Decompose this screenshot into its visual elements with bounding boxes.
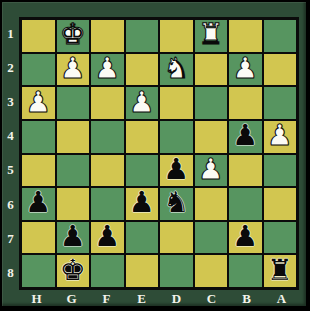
file-label-f: F xyxy=(89,291,124,306)
square-c4[interactable] xyxy=(194,120,229,154)
square-e5[interactable] xyxy=(125,154,160,188)
square-h4[interactable] xyxy=(21,120,56,154)
square-h2[interactable] xyxy=(21,53,56,87)
square-f7[interactable]: ♟ xyxy=(90,221,125,255)
square-a2[interactable] xyxy=(263,53,298,87)
square-g1[interactable]: ♚ xyxy=(56,19,91,53)
square-c6[interactable] xyxy=(194,187,229,221)
file-label-a: A xyxy=(264,291,299,306)
square-g8[interactable]: ♚ xyxy=(56,254,91,288)
square-b6[interactable] xyxy=(228,187,263,221)
square-d4[interactable] xyxy=(159,120,194,154)
rank-label-2: 2 xyxy=(3,51,18,85)
piece-black-pawn-d5[interactable]: ♟ xyxy=(163,155,189,184)
square-c8[interactable] xyxy=(194,254,229,288)
square-f4[interactable] xyxy=(90,120,125,154)
square-d8[interactable] xyxy=(159,254,194,288)
file-label-d: D xyxy=(159,291,194,306)
file-label-e: E xyxy=(124,291,159,306)
square-e6[interactable]: ♟ xyxy=(125,187,160,221)
square-e3[interactable]: ♟ xyxy=(125,86,160,120)
square-f5[interactable] xyxy=(90,154,125,188)
piece-white-pawn-a4[interactable]: ♟ xyxy=(267,121,293,150)
square-d5[interactable]: ♟ xyxy=(159,154,194,188)
piece-white-pawn-c5[interactable]: ♟ xyxy=(198,155,224,184)
square-h6[interactable]: ♟ xyxy=(21,187,56,221)
square-e2[interactable] xyxy=(125,53,160,87)
square-b4[interactable]: ♟ xyxy=(228,120,263,154)
square-g3[interactable] xyxy=(56,86,91,120)
file-label-g: G xyxy=(54,291,89,306)
piece-white-pawn-h3[interactable]: ♟ xyxy=(25,88,51,117)
square-b2[interactable]: ♟ xyxy=(228,53,263,87)
rank-label-5: 5 xyxy=(3,153,18,187)
file-label-c: C xyxy=(194,291,229,306)
square-h3[interactable]: ♟ xyxy=(21,86,56,120)
piece-white-knight-d2[interactable]: ♞ xyxy=(163,54,189,83)
square-g2[interactable]: ♟ xyxy=(56,53,91,87)
piece-black-pawn-g7[interactable]: ♟ xyxy=(60,222,86,251)
square-a8[interactable]: ♜ xyxy=(263,254,298,288)
square-d3[interactable] xyxy=(159,86,194,120)
square-h5[interactable] xyxy=(21,154,56,188)
square-b3[interactable] xyxy=(228,86,263,120)
piece-black-pawn-f7[interactable]: ♟ xyxy=(94,222,120,251)
piece-black-pawn-e6[interactable]: ♟ xyxy=(129,188,155,217)
square-c2[interactable] xyxy=(194,53,229,87)
square-a5[interactable] xyxy=(263,154,298,188)
rank-label-1: 1 xyxy=(3,17,18,51)
square-c7[interactable] xyxy=(194,221,229,255)
square-g4[interactable] xyxy=(56,120,91,154)
piece-black-knight-d6[interactable]: ♞ xyxy=(163,188,189,217)
chess-diagram: ♚♜♟♟♞♟♟♟♟♟♟♟♟♟♞♟♟♟♚♜ 12345678 HGFEDCBA xyxy=(0,0,310,311)
square-g7[interactable]: ♟ xyxy=(56,221,91,255)
file-label-b: B xyxy=(229,291,264,306)
square-f8[interactable] xyxy=(90,254,125,288)
square-d1[interactable] xyxy=(159,19,194,53)
rank-label-4: 4 xyxy=(3,119,18,153)
piece-white-pawn-b2[interactable]: ♟ xyxy=(232,54,258,83)
square-f3[interactable] xyxy=(90,86,125,120)
square-a1[interactable] xyxy=(263,19,298,53)
piece-white-pawn-f2[interactable]: ♟ xyxy=(94,54,120,83)
piece-white-rook-c1[interactable]: ♜ xyxy=(198,20,224,49)
square-f6[interactable] xyxy=(90,187,125,221)
square-c1[interactable]: ♜ xyxy=(194,19,229,53)
square-f1[interactable] xyxy=(90,19,125,53)
rank-label-8: 8 xyxy=(3,256,18,290)
square-a7[interactable] xyxy=(263,221,298,255)
rank-label-6: 6 xyxy=(3,188,18,222)
square-d7[interactable] xyxy=(159,221,194,255)
square-d2[interactable]: ♞ xyxy=(159,53,194,87)
chess-board: ♚♜♟♟♞♟♟♟♟♟♟♟♟♟♞♟♟♟♚♜ xyxy=(19,17,299,290)
rank-label-3: 3 xyxy=(3,85,18,119)
square-g5[interactable] xyxy=(56,154,91,188)
square-b5[interactable] xyxy=(228,154,263,188)
square-e7[interactable] xyxy=(125,221,160,255)
rank-label-7: 7 xyxy=(3,222,18,256)
piece-black-pawn-b4[interactable]: ♟ xyxy=(232,121,258,150)
square-h8[interactable] xyxy=(21,254,56,288)
square-a6[interactable] xyxy=(263,187,298,221)
square-e8[interactable] xyxy=(125,254,160,288)
piece-white-pawn-g2[interactable]: ♟ xyxy=(60,54,86,83)
square-d6[interactable]: ♞ xyxy=(159,187,194,221)
square-a4[interactable]: ♟ xyxy=(263,120,298,154)
file-label-h: H xyxy=(19,291,54,306)
square-g6[interactable] xyxy=(56,187,91,221)
piece-black-pawn-b7[interactable]: ♟ xyxy=(232,222,258,251)
square-a3[interactable] xyxy=(263,86,298,120)
square-h7[interactable] xyxy=(21,221,56,255)
square-b1[interactable] xyxy=(228,19,263,53)
piece-black-king-g8[interactable]: ♚ xyxy=(60,256,86,285)
square-e4[interactable] xyxy=(125,120,160,154)
piece-black-pawn-h6[interactable]: ♟ xyxy=(25,188,51,217)
piece-white-pawn-e3[interactable]: ♟ xyxy=(129,88,155,117)
square-b7[interactable]: ♟ xyxy=(228,221,263,255)
square-c3[interactable] xyxy=(194,86,229,120)
square-f2[interactable]: ♟ xyxy=(90,53,125,87)
piece-white-king-g1[interactable]: ♚ xyxy=(60,20,86,49)
square-e1[interactable] xyxy=(125,19,160,53)
square-h1[interactable] xyxy=(21,19,56,53)
square-b8[interactable] xyxy=(228,254,263,288)
piece-black-rook-a8[interactable]: ♜ xyxy=(267,256,293,285)
square-c5[interactable]: ♟ xyxy=(194,154,229,188)
